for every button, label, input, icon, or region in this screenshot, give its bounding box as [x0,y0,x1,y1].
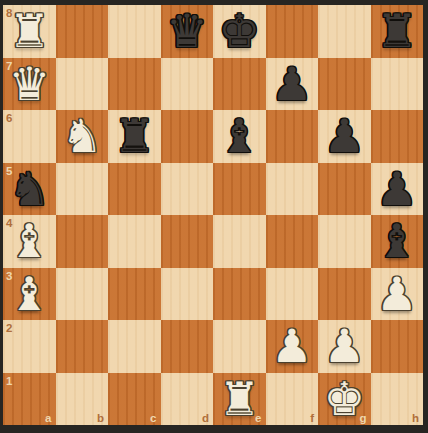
square-d8[interactable]: ♛ [161,5,214,58]
square-d2[interactable] [161,320,214,373]
square-a1[interactable]: 1a [3,373,56,426]
white-bishop-a3[interactable]: ♝ [9,268,50,320]
square-b7[interactable] [56,58,109,111]
square-c4[interactable] [108,215,161,268]
black-bishop-e6[interactable]: ♝ [219,110,260,162]
square-a6[interactable]: 6 [3,110,56,163]
white-queen-a7[interactable]: ♛ [9,58,50,110]
file-label-h: h [412,412,419,424]
black-rook-h8[interactable]: ♜ [376,5,417,57]
square-d6[interactable] [161,110,214,163]
square-c2[interactable] [108,320,161,373]
square-a3[interactable]: 3♝ [3,268,56,321]
square-c7[interactable] [108,58,161,111]
file-label-a: a [45,412,51,424]
black-rook-c6[interactable]: ♜ [114,110,155,162]
file-label-f: f [310,412,314,424]
square-d7[interactable] [161,58,214,111]
square-c8[interactable] [108,5,161,58]
square-a2[interactable]: 2 [3,320,56,373]
chess-board: 8♜♛♚♜7♛♟6♞♜♝♟5♞♟4♝♝3♝♟2♟♟1abcde♜fg♚h [3,5,423,425]
square-e2[interactable] [213,320,266,373]
square-h2[interactable] [371,320,424,373]
square-b5[interactable] [56,163,109,216]
square-c5[interactable] [108,163,161,216]
square-e3[interactable] [213,268,266,321]
chess-app-window: 8♜♛♚♜7♛♟6♞♜♝♟5♞♟4♝♝3♝♟2♟♟1abcde♜fg♚h [0,0,428,433]
black-pawn-g6[interactable]: ♟ [324,110,365,162]
white-rook-a8[interactable]: ♜ [9,5,50,57]
square-a8[interactable]: 8♜ [3,5,56,58]
square-f4[interactable] [266,215,319,268]
square-f3[interactable] [266,268,319,321]
black-pawn-h5[interactable]: ♟ [376,163,417,215]
rank-label-2: 2 [6,322,12,334]
square-f7[interactable]: ♟ [266,58,319,111]
square-g2[interactable]: ♟ [318,320,371,373]
square-a7[interactable]: 7♛ [3,58,56,111]
square-c3[interactable] [108,268,161,321]
white-bishop-a4[interactable]: ♝ [9,215,50,267]
square-f1[interactable]: f [266,373,319,426]
square-g6[interactable]: ♟ [318,110,371,163]
white-king-g1[interactable]: ♚ [324,373,365,425]
square-h1[interactable]: h [371,373,424,426]
square-b1[interactable]: b [56,373,109,426]
square-b2[interactable] [56,320,109,373]
square-h4[interactable]: ♝ [371,215,424,268]
square-f6[interactable] [266,110,319,163]
black-king-e8[interactable]: ♚ [219,5,260,57]
square-e1[interactable]: e♜ [213,373,266,426]
white-rook-e1[interactable]: ♜ [219,373,260,425]
rank-label-1: 1 [6,375,12,387]
square-a5[interactable]: 5♞ [3,163,56,216]
square-b3[interactable] [56,268,109,321]
square-b4[interactable] [56,215,109,268]
square-h8[interactable]: ♜ [371,5,424,58]
black-bishop-h4[interactable]: ♝ [376,215,417,267]
square-e7[interactable] [213,58,266,111]
square-g1[interactable]: g♚ [318,373,371,426]
square-c6[interactable]: ♜ [108,110,161,163]
square-h7[interactable] [371,58,424,111]
square-g3[interactable] [318,268,371,321]
square-b6[interactable]: ♞ [56,110,109,163]
black-pawn-f7[interactable]: ♟ [271,58,312,110]
file-label-c: c [150,412,156,424]
rank-label-6: 6 [6,112,12,124]
file-label-d: d [202,412,209,424]
square-f2[interactable]: ♟ [266,320,319,373]
white-pawn-g2[interactable]: ♟ [324,320,365,372]
square-d3[interactable] [161,268,214,321]
square-c1[interactable]: c [108,373,161,426]
square-d5[interactable] [161,163,214,216]
file-label-b: b [97,412,104,424]
square-h3[interactable]: ♟ [371,268,424,321]
black-knight-a5[interactable]: ♞ [9,163,50,215]
square-e8[interactable]: ♚ [213,5,266,58]
white-pawn-h3[interactable]: ♟ [376,268,417,320]
square-g8[interactable] [318,5,371,58]
square-f5[interactable] [266,163,319,216]
square-e4[interactable] [213,215,266,268]
square-a4[interactable]: 4♝ [3,215,56,268]
white-pawn-f2[interactable]: ♟ [271,320,312,372]
square-e5[interactable] [213,163,266,216]
black-queen-d8[interactable]: ♛ [166,5,207,57]
square-d1[interactable]: d [161,373,214,426]
square-h5[interactable]: ♟ [371,163,424,216]
square-h6[interactable] [371,110,424,163]
square-e6[interactable]: ♝ [213,110,266,163]
square-f8[interactable] [266,5,319,58]
square-b8[interactable] [56,5,109,58]
square-g4[interactable] [318,215,371,268]
square-g7[interactable] [318,58,371,111]
square-d4[interactable] [161,215,214,268]
white-knight-b6[interactable]: ♞ [61,110,102,162]
square-g5[interactable] [318,163,371,216]
